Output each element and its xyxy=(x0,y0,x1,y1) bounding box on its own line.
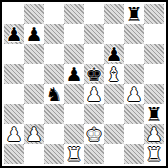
piece-black-pawn[interactable]: ♟ xyxy=(25,24,42,44)
square-e1[interactable] xyxy=(84,144,104,164)
square-b5[interactable] xyxy=(24,64,44,84)
square-c1[interactable] xyxy=(44,144,64,164)
square-c2[interactable] xyxy=(44,124,64,144)
square-a4[interactable] xyxy=(4,84,24,104)
square-e4[interactable]: ♟ xyxy=(84,84,104,104)
piece-white-bishop[interactable]: ♝ xyxy=(105,64,122,84)
square-g1[interactable] xyxy=(124,144,144,164)
square-d8[interactable] xyxy=(64,4,84,24)
square-e8[interactable] xyxy=(84,4,104,24)
piece-black-pawn[interactable]: ♟ xyxy=(65,64,82,84)
square-a7[interactable]: ♟ xyxy=(4,24,24,44)
square-a3[interactable] xyxy=(4,104,24,124)
square-d3[interactable] xyxy=(64,104,84,124)
square-h3[interactable]: ♜ xyxy=(144,104,164,124)
square-d1[interactable]: ♜ xyxy=(64,144,84,164)
square-h8[interactable] xyxy=(144,4,164,24)
piece-white-rook[interactable]: ♜ xyxy=(65,144,82,164)
square-g5[interactable] xyxy=(124,64,144,84)
board-frame: ♜♟♟♟♟♚♝♞♟♟♜♟♟♚♟♜♜ xyxy=(0,0,168,168)
square-e6[interactable] xyxy=(84,44,104,64)
square-a1[interactable] xyxy=(4,144,24,164)
square-h1[interactable]: ♜ xyxy=(144,144,164,164)
square-c5[interactable] xyxy=(44,64,64,84)
piece-white-king[interactable]: ♚ xyxy=(85,124,102,144)
square-f8[interactable] xyxy=(104,4,124,24)
square-f1[interactable] xyxy=(104,144,124,164)
square-c7[interactable] xyxy=(44,24,64,44)
piece-white-pawn[interactable]: ♟ xyxy=(85,84,102,104)
square-h2[interactable]: ♟ xyxy=(144,124,164,144)
piece-white-pawn[interactable]: ♟ xyxy=(125,84,142,104)
square-f4[interactable] xyxy=(104,84,124,104)
square-g8[interactable]: ♜ xyxy=(124,4,144,24)
square-h4[interactable] xyxy=(144,84,164,104)
square-d2[interactable] xyxy=(64,124,84,144)
piece-white-pawn[interactable]: ♟ xyxy=(5,124,22,144)
square-h5[interactable] xyxy=(144,64,164,84)
square-b1[interactable] xyxy=(24,144,44,164)
square-g4[interactable]: ♟ xyxy=(124,84,144,104)
piece-black-king[interactable]: ♚ xyxy=(85,64,102,84)
piece-white-pawn[interactable]: ♟ xyxy=(145,124,162,144)
piece-black-pawn[interactable]: ♟ xyxy=(5,24,22,44)
square-d7[interactable] xyxy=(64,24,84,44)
square-a8[interactable] xyxy=(4,4,24,24)
square-h6[interactable] xyxy=(144,44,164,64)
square-b4[interactable] xyxy=(24,84,44,104)
square-f6[interactable]: ♟ xyxy=(104,44,124,64)
square-d6[interactable] xyxy=(64,44,84,64)
square-f5[interactable]: ♝ xyxy=(104,64,124,84)
square-f2[interactable] xyxy=(104,124,124,144)
square-c3[interactable] xyxy=(44,104,64,124)
square-h7[interactable] xyxy=(144,24,164,44)
square-e2[interactable]: ♚ xyxy=(84,124,104,144)
piece-white-rook[interactable]: ♜ xyxy=(145,144,162,164)
square-e5[interactable]: ♚ xyxy=(84,64,104,84)
square-e3[interactable] xyxy=(84,104,104,124)
square-a5[interactable] xyxy=(4,64,24,84)
piece-black-rook[interactable]: ♜ xyxy=(145,104,162,124)
square-c6[interactable] xyxy=(44,44,64,64)
square-f3[interactable] xyxy=(104,104,124,124)
square-b7[interactable]: ♟ xyxy=(24,24,44,44)
square-a6[interactable] xyxy=(4,44,24,64)
square-g7[interactable] xyxy=(124,24,144,44)
square-g2[interactable] xyxy=(124,124,144,144)
piece-black-knight[interactable]: ♞ xyxy=(45,84,62,104)
square-b2[interactable]: ♟ xyxy=(24,124,44,144)
square-d4[interactable] xyxy=(64,84,84,104)
square-b8[interactable] xyxy=(24,4,44,24)
square-c4[interactable]: ♞ xyxy=(44,84,64,104)
chess-board: ♜♟♟♟♟♚♝♞♟♟♜♟♟♚♟♜♜ xyxy=(4,4,164,164)
square-f7[interactable] xyxy=(104,24,124,44)
square-b3[interactable] xyxy=(24,104,44,124)
square-g3[interactable] xyxy=(124,104,144,124)
square-b6[interactable] xyxy=(24,44,44,64)
piece-white-pawn[interactable]: ♟ xyxy=(25,124,42,144)
square-c8[interactable] xyxy=(44,4,64,24)
square-a2[interactable]: ♟ xyxy=(4,124,24,144)
square-d5[interactable]: ♟ xyxy=(64,64,84,84)
piece-black-pawn[interactable]: ♟ xyxy=(105,44,122,64)
square-g6[interactable] xyxy=(124,44,144,64)
piece-black-rook[interactable]: ♜ xyxy=(125,4,142,24)
square-e7[interactable] xyxy=(84,24,104,44)
